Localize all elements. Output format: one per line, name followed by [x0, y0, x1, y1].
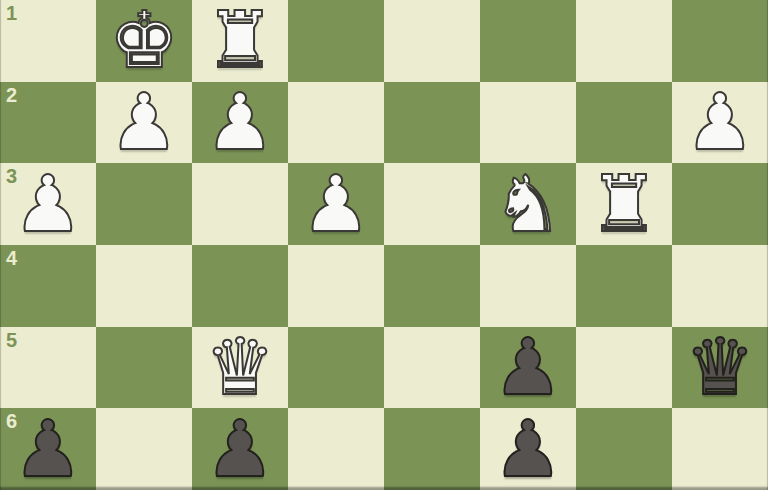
white-pawn[interactable]: ♟	[13, 164, 83, 245]
chess-board: 1♚♜2♟♟♟3♟♟♞♜45♛♟♛6♟♟♟	[0, 0, 768, 490]
square-e3[interactable]: ♟	[288, 163, 384, 245]
square-b5[interactable]	[576, 327, 672, 409]
white-queen[interactable]: ♛	[205, 327, 275, 408]
square-b2[interactable]	[576, 82, 672, 164]
square-a1[interactable]	[672, 0, 768, 82]
square-e5[interactable]	[288, 327, 384, 409]
square-c2[interactable]	[480, 82, 576, 164]
rank-label-2: 2	[6, 84, 17, 106]
square-b4[interactable]	[576, 245, 672, 327]
square-h6[interactable]: 6♟	[0, 408, 96, 490]
square-g6[interactable]	[96, 408, 192, 490]
square-f6[interactable]: ♟	[192, 408, 288, 490]
square-d6[interactable]	[384, 408, 480, 490]
black-pawn[interactable]: ♟	[205, 409, 275, 490]
square-g5[interactable]	[96, 327, 192, 409]
rank-label-1: 1	[6, 2, 17, 24]
square-c5[interactable]: ♟	[480, 327, 576, 409]
square-e4[interactable]	[288, 245, 384, 327]
square-d5[interactable]	[384, 327, 480, 409]
square-f1[interactable]: ♜	[192, 0, 288, 82]
square-c4[interactable]	[480, 245, 576, 327]
square-d4[interactable]	[384, 245, 480, 327]
square-b3[interactable]: ♜	[576, 163, 672, 245]
black-pawn[interactable]: ♟	[493, 409, 563, 490]
square-e2[interactable]	[288, 82, 384, 164]
square-f2[interactable]: ♟	[192, 82, 288, 164]
white-pawn[interactable]: ♟	[685, 82, 755, 163]
square-g2[interactable]: ♟	[96, 82, 192, 164]
white-pawn[interactable]: ♟	[205, 82, 275, 163]
square-b6[interactable]	[576, 408, 672, 490]
square-h2[interactable]: 2	[0, 82, 96, 164]
square-a4[interactable]	[672, 245, 768, 327]
rank-label-5: 5	[6, 329, 17, 351]
square-a6[interactable]	[672, 408, 768, 490]
square-c6[interactable]: ♟	[480, 408, 576, 490]
white-pawn[interactable]: ♟	[301, 164, 371, 245]
white-king[interactable]: ♚	[109, 0, 179, 81]
black-pawn[interactable]: ♟	[493, 327, 563, 408]
square-h3[interactable]: 3♟	[0, 163, 96, 245]
square-g1[interactable]: ♚	[96, 0, 192, 82]
square-b1[interactable]	[576, 0, 672, 82]
white-rook[interactable]: ♜	[205, 0, 275, 81]
white-rook[interactable]: ♜	[589, 164, 659, 245]
square-c1[interactable]	[480, 0, 576, 82]
square-a3[interactable]	[672, 163, 768, 245]
black-queen[interactable]: ♛	[685, 327, 755, 408]
white-pawn[interactable]: ♟	[109, 82, 179, 163]
square-h4[interactable]: 4	[0, 245, 96, 327]
white-knight[interactable]: ♞	[493, 164, 563, 245]
square-g3[interactable]	[96, 163, 192, 245]
square-d1[interactable]	[384, 0, 480, 82]
square-g4[interactable]	[96, 245, 192, 327]
square-a5[interactable]: ♛	[672, 327, 768, 409]
black-pawn[interactable]: ♟	[13, 409, 83, 490]
square-e1[interactable]	[288, 0, 384, 82]
rank-label-4: 4	[6, 247, 17, 269]
square-f3[interactable]	[192, 163, 288, 245]
square-e6[interactable]	[288, 408, 384, 490]
square-a2[interactable]: ♟	[672, 82, 768, 164]
square-f5[interactable]: ♛	[192, 327, 288, 409]
square-c3[interactable]: ♞	[480, 163, 576, 245]
square-f4[interactable]	[192, 245, 288, 327]
square-h1[interactable]: 1	[0, 0, 96, 82]
square-h5[interactable]: 5	[0, 327, 96, 409]
square-d2[interactable]	[384, 82, 480, 164]
square-d3[interactable]	[384, 163, 480, 245]
